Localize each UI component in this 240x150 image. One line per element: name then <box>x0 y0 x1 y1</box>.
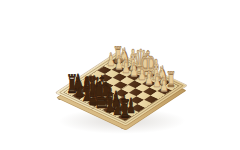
chess-set-product-photo: ♜♞♝♛♚♝♞♜♟♟♟♟♟♟♟♟♟♟♟♟♟♟♟♟♜♞♝♛♚♝♞♜ <box>0 0 240 150</box>
